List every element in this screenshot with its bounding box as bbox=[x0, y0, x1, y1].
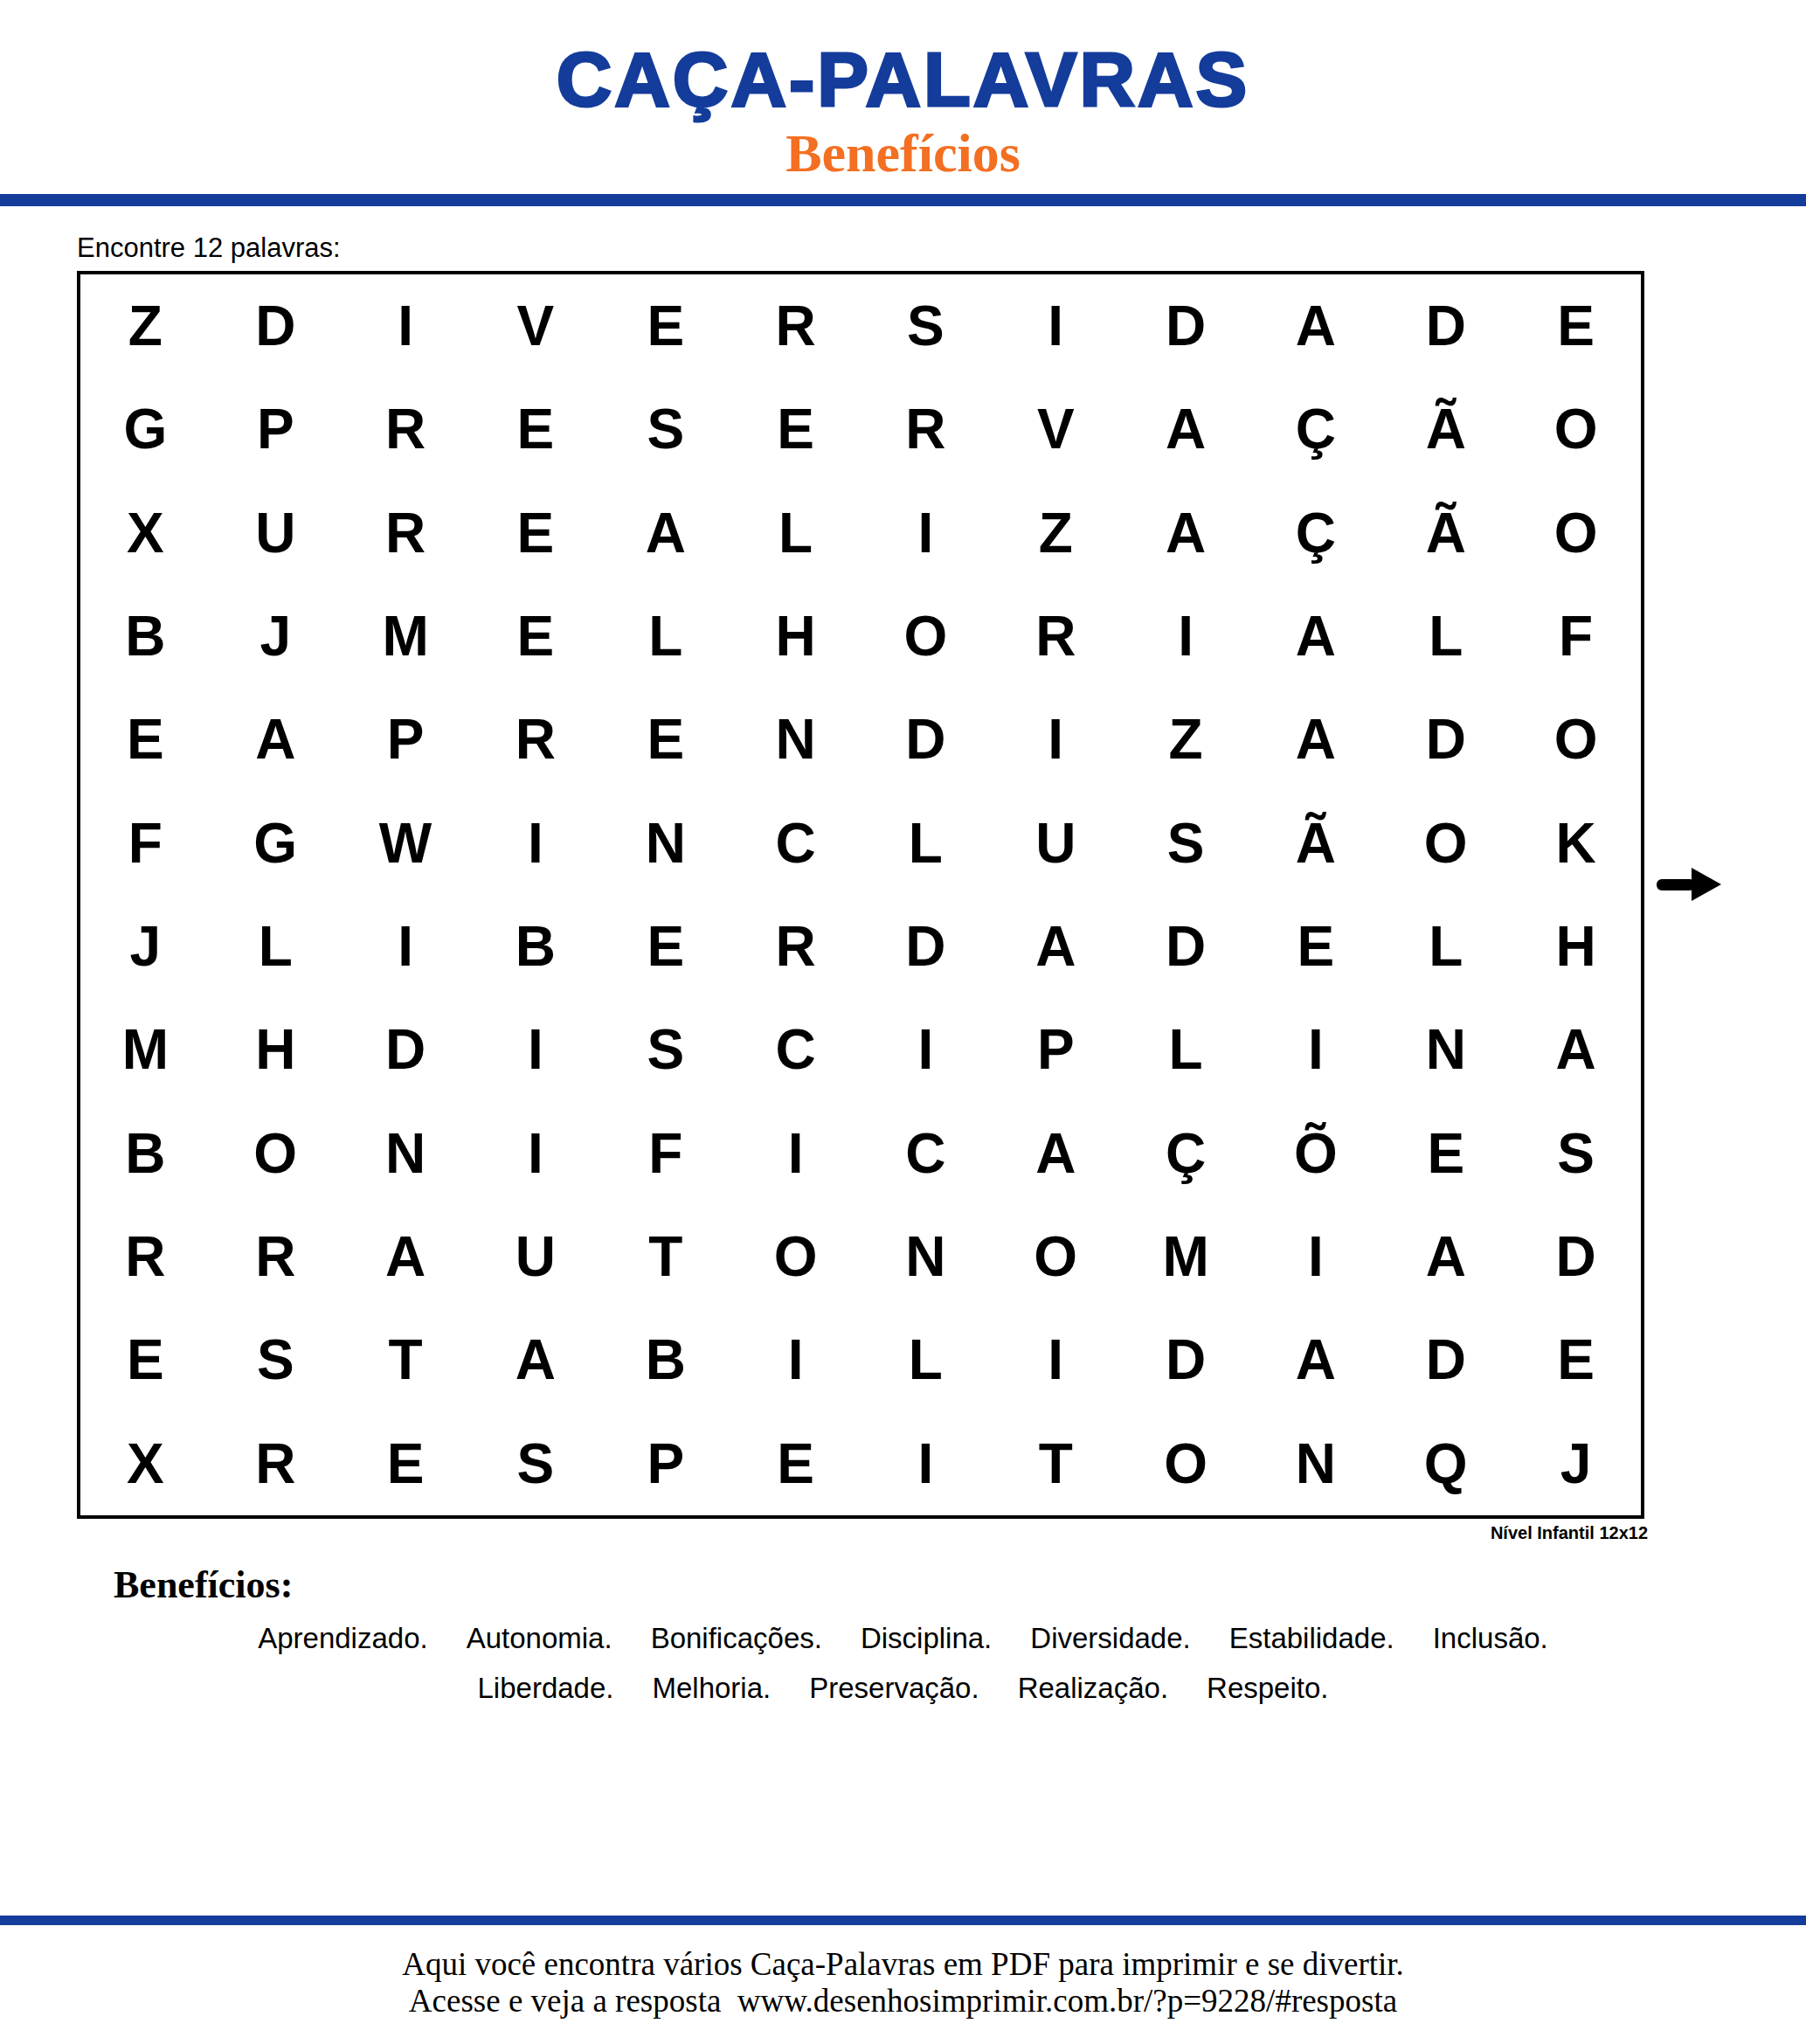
grid-cell-r8c5[interactable]: S bbox=[600, 998, 730, 1101]
grid-cell-r1c6[interactable]: R bbox=[730, 274, 861, 378]
grid-cell-r7c12[interactable]: H bbox=[1511, 895, 1641, 998]
grid-cell-r2c10[interactable]: Ç bbox=[1250, 378, 1380, 481]
grid-cell-r8c4[interactable]: I bbox=[470, 998, 600, 1101]
footer-text-2: Acesse e veja a resposta www.desenhosimp… bbox=[0, 1982, 1806, 2020]
grid-cell-r10c1[interactable]: R bbox=[80, 1205, 211, 1308]
grid-cell-r4c12[interactable]: F bbox=[1511, 585, 1641, 688]
grid-cell-r6c8[interactable]: U bbox=[991, 792, 1121, 895]
page-title: CAÇA-PALAVRAS bbox=[0, 35, 1806, 124]
grid-cell-r6c3[interactable]: W bbox=[341, 792, 471, 895]
grid-cell-r10c12[interactable]: D bbox=[1511, 1205, 1641, 1308]
footer-divider bbox=[0, 1916, 1806, 1925]
grid-cell-r5c9[interactable]: Z bbox=[1121, 688, 1251, 791]
grid-cell-r2c2[interactable]: P bbox=[211, 378, 341, 481]
word-list-item: Diversidade. bbox=[1030, 1622, 1190, 1655]
grid-cell-r1c11[interactable]: D bbox=[1380, 274, 1511, 378]
grid-cell-r7c10[interactable]: E bbox=[1250, 895, 1380, 998]
grid-cell-r11c8[interactable]: I bbox=[991, 1308, 1121, 1411]
grid-cell-r10c9[interactable]: M bbox=[1121, 1205, 1251, 1308]
word-list-item: Preservação. bbox=[809, 1672, 979, 1705]
grid-cell-r9c9[interactable]: Ç bbox=[1121, 1102, 1251, 1205]
grid-cell-r2c9[interactable]: A bbox=[1121, 378, 1251, 481]
grid-cell-r5c4[interactable]: R bbox=[470, 688, 600, 791]
grid-cell-r7c7[interactable]: D bbox=[861, 895, 991, 998]
grid-cell-r3c4[interactable]: E bbox=[470, 482, 600, 585]
grid-cell-r5c10[interactable]: A bbox=[1250, 688, 1380, 791]
grid-cell-r9c12[interactable]: S bbox=[1511, 1102, 1641, 1205]
grid-cell-r11c5[interactable]: B bbox=[600, 1308, 730, 1411]
grid-cell-r3c7[interactable]: I bbox=[861, 482, 991, 585]
grid-cell-r3c2[interactable]: U bbox=[211, 482, 341, 585]
grid-cell-r4c3[interactable]: M bbox=[341, 585, 471, 688]
grid-cell-r1c5[interactable]: E bbox=[600, 274, 730, 378]
grid-cell-r4c10[interactable]: A bbox=[1250, 585, 1380, 688]
grid-cell-r5c1[interactable]: E bbox=[80, 688, 211, 791]
grid-cell-r6c12[interactable]: K bbox=[1511, 792, 1641, 895]
grid-cell-r8c2[interactable]: H bbox=[211, 998, 341, 1101]
grid-cell-r11c2[interactable]: S bbox=[211, 1308, 341, 1411]
grid-cell-r3c8[interactable]: Z bbox=[991, 482, 1121, 585]
grid-cell-r2c4[interactable]: E bbox=[470, 378, 600, 481]
word-list-item: Bonificações. bbox=[651, 1622, 822, 1655]
grid-cell-r4c1[interactable]: B bbox=[80, 585, 211, 688]
grid-cell-r1c1[interactable]: Z bbox=[80, 274, 211, 378]
grid-cell-r3c6[interactable]: L bbox=[730, 482, 861, 585]
grid-cell-r7c11[interactable]: L bbox=[1380, 895, 1511, 998]
grid-cell-r1c7[interactable]: S bbox=[861, 274, 991, 378]
grid-cell-r1c8[interactable]: I bbox=[991, 274, 1121, 378]
word-list-item: Respeito. bbox=[1207, 1672, 1328, 1705]
word-list-item: Autonomia. bbox=[467, 1622, 612, 1655]
grid-cell-r4c9[interactable]: I bbox=[1121, 585, 1251, 688]
grid-cell-r4c2[interactable]: J bbox=[211, 585, 341, 688]
grid-cell-r11c3[interactable]: T bbox=[341, 1308, 471, 1411]
grid-cell-r8c6[interactable]: C bbox=[730, 998, 861, 1101]
grid-cell-r12c8[interactable]: T bbox=[991, 1412, 1121, 1515]
word-list-heading: Benefícios: bbox=[114, 1562, 293, 1607]
grid-cell-r1c4[interactable]: V bbox=[470, 274, 600, 378]
grid-cell-r4c11[interactable]: L bbox=[1380, 585, 1511, 688]
grid-cell-r3c12[interactable]: O bbox=[1511, 482, 1641, 585]
grid-cell-r10c10[interactable]: I bbox=[1250, 1205, 1380, 1308]
grid-cell-r4c6[interactable]: H bbox=[730, 585, 861, 688]
instruction-text: Encontre 12 palavras: bbox=[77, 232, 341, 264]
grid-cell-r12c3[interactable]: E bbox=[341, 1412, 471, 1515]
grid-cell-r3c11[interactable]: Ã bbox=[1380, 482, 1511, 585]
grid-cell-r7c5[interactable]: E bbox=[600, 895, 730, 998]
grid-cell-r6c9[interactable]: S bbox=[1121, 792, 1251, 895]
grid-cell-r9c7[interactable]: C bbox=[861, 1102, 991, 1205]
grid-cell-r12c12[interactable]: J bbox=[1511, 1412, 1641, 1515]
grid-cell-r5c5[interactable]: E bbox=[600, 688, 730, 791]
grid-cell-r12c4[interactable]: S bbox=[470, 1412, 600, 1515]
grid-cell-r3c10[interactable]: Ç bbox=[1250, 482, 1380, 585]
grid-cell-r9c2[interactable]: O bbox=[211, 1102, 341, 1205]
grid-cell-r6c4[interactable]: I bbox=[470, 792, 600, 895]
grid-cell-r7c4[interactable]: B bbox=[470, 895, 600, 998]
grid-cell-r9c5[interactable]: F bbox=[600, 1102, 730, 1205]
grid-cell-r6c2[interactable]: G bbox=[211, 792, 341, 895]
grid-cell-r7c2[interactable]: L bbox=[211, 895, 341, 998]
header-divider bbox=[0, 194, 1806, 206]
grid-cell-r3c5[interactable]: A bbox=[600, 482, 730, 585]
grid-cell-r4c7[interactable]: O bbox=[861, 585, 991, 688]
right-arrow-head bbox=[1692, 868, 1721, 901]
grid-cell-r2c1[interactable]: G bbox=[80, 378, 211, 481]
grid-cell-r1c2[interactable]: D bbox=[211, 274, 341, 378]
grid-cell-r5c11[interactable]: D bbox=[1380, 688, 1511, 791]
grid-cell-r5c3[interactable]: P bbox=[341, 688, 471, 791]
grid-cell-r8c8[interactable]: P bbox=[991, 998, 1121, 1101]
word-list-item: Melhoria. bbox=[652, 1672, 771, 1705]
grid-cell-r8c11[interactable]: N bbox=[1380, 998, 1511, 1101]
right-arrow-icon bbox=[1657, 868, 1721, 901]
word-list-line-1: Aprendizado.Autonomia.Bonificações.Disci… bbox=[0, 1622, 1806, 1655]
grid-cell-r8c1[interactable]: M bbox=[80, 998, 211, 1101]
page-subtitle: Benefícios bbox=[0, 122, 1806, 184]
grid-cell-r10c7[interactable]: N bbox=[861, 1205, 991, 1308]
grid-cell-r3c1[interactable]: X bbox=[80, 482, 211, 585]
footer-text-1: Aqui você encontra vários Caça-Palavras … bbox=[0, 1945, 1806, 1983]
word-grid[interactable]: ZDIVERSIDADEGPRESERVAÇÃOXUREALIZAÇÃOBJME… bbox=[77, 271, 1644, 1519]
grid-cell-r9c3[interactable]: N bbox=[341, 1102, 471, 1205]
grid-cell-r5c6[interactable]: N bbox=[730, 688, 861, 791]
grid-cell-r5c12[interactable]: O bbox=[1511, 688, 1641, 791]
grid-cell-r5c8[interactable]: I bbox=[991, 688, 1121, 791]
grid-cell-r12c2[interactable]: R bbox=[211, 1412, 341, 1515]
word-list-item: Inclusão. bbox=[1433, 1622, 1548, 1655]
grid-cell-r10c5[interactable]: T bbox=[600, 1205, 730, 1308]
word-list-item: Disciplina. bbox=[861, 1622, 992, 1655]
grid-cell-r2c6[interactable]: E bbox=[730, 378, 861, 481]
grid-cell-r2c7[interactable]: R bbox=[861, 378, 991, 481]
grid-cell-r6c1[interactable]: F bbox=[80, 792, 211, 895]
grid-cell-r10c3[interactable]: A bbox=[341, 1205, 471, 1308]
grid-cell-r11c4[interactable]: A bbox=[470, 1308, 600, 1411]
grid-cell-r6c7[interactable]: L bbox=[861, 792, 991, 895]
grid-cell-r10c4[interactable]: U bbox=[470, 1205, 600, 1308]
grid-cell-r9c8[interactable]: A bbox=[991, 1102, 1121, 1205]
grid-cell-r9c1[interactable]: B bbox=[80, 1102, 211, 1205]
right-arrow-shaft bbox=[1657, 879, 1695, 890]
word-list-item: Estabilidade. bbox=[1229, 1622, 1394, 1655]
grid-cell-r3c9[interactable]: A bbox=[1121, 482, 1251, 585]
grid-cell-r2c3[interactable]: R bbox=[341, 378, 471, 481]
grid-cell-r12c7[interactable]: I bbox=[861, 1412, 991, 1515]
grid-cell-r12c10[interactable]: N bbox=[1250, 1412, 1380, 1515]
level-label: Nível Infantil 12x12 bbox=[1491, 1523, 1648, 1543]
grid-cell-r1c3[interactable]: I bbox=[341, 274, 471, 378]
grid-cell-r7c8[interactable]: A bbox=[991, 895, 1121, 998]
grid-cell-r9c10[interactable]: Õ bbox=[1250, 1102, 1380, 1205]
grid-cell-r11c11[interactable]: D bbox=[1380, 1308, 1511, 1411]
grid-cell-r8c3[interactable]: D bbox=[341, 998, 471, 1101]
grid-cell-r6c6[interactable]: C bbox=[730, 792, 861, 895]
grid-cell-r7c6[interactable]: R bbox=[730, 895, 861, 998]
grid-cell-r11c7[interactable]: L bbox=[861, 1308, 991, 1411]
grid-cell-r11c1[interactable]: E bbox=[80, 1308, 211, 1411]
grid-cell-r12c5[interactable]: P bbox=[600, 1412, 730, 1515]
grid-cell-r10c8[interactable]: O bbox=[991, 1205, 1121, 1308]
grid-cell-r3c3[interactable]: R bbox=[341, 482, 471, 585]
grid-cell-r8c7[interactable]: I bbox=[861, 998, 991, 1101]
grid-cell-r7c1[interactable]: J bbox=[80, 895, 211, 998]
grid-cell-r5c2[interactable]: A bbox=[211, 688, 341, 791]
grid-cell-r9c6[interactable]: I bbox=[730, 1102, 861, 1205]
grid-cell-r12c11[interactable]: Q bbox=[1380, 1412, 1511, 1515]
grid-cell-r4c5[interactable]: L bbox=[600, 585, 730, 688]
grid-cell-r1c12[interactable]: E bbox=[1511, 274, 1641, 378]
grid-cell-r11c9[interactable]: D bbox=[1121, 1308, 1251, 1411]
grid-cell-r10c2[interactable]: R bbox=[211, 1205, 341, 1308]
grid-cell-r2c5[interactable]: S bbox=[600, 378, 730, 481]
grid-cell-r10c6[interactable]: O bbox=[730, 1205, 861, 1308]
grid-cell-r9c11[interactable]: E bbox=[1380, 1102, 1511, 1205]
grid-cell-r6c5[interactable]: N bbox=[600, 792, 730, 895]
grid-cell-r4c8[interactable]: R bbox=[991, 585, 1121, 688]
grid-cell-r4c4[interactable]: E bbox=[470, 585, 600, 688]
grid-cell-r8c12[interactable]: A bbox=[1511, 998, 1641, 1101]
word-list-item: Realização. bbox=[1018, 1672, 1168, 1705]
grid-cell-r11c10[interactable]: A bbox=[1250, 1308, 1380, 1411]
grid-cell-r6c11[interactable]: O bbox=[1380, 792, 1511, 895]
grid-cell-r11c6[interactable]: I bbox=[730, 1308, 861, 1411]
grid-cell-r2c8[interactable]: V bbox=[991, 378, 1121, 481]
grid-cell-r8c9[interactable]: L bbox=[1121, 998, 1251, 1101]
word-list-item: Aprendizado. bbox=[258, 1622, 427, 1655]
grid-cell-r10c11[interactable]: A bbox=[1380, 1205, 1511, 1308]
grid-cell-r2c12[interactable]: O bbox=[1511, 378, 1641, 481]
grid-cell-r11c12[interactable]: E bbox=[1511, 1308, 1641, 1411]
grid-cell-r5c7[interactable]: D bbox=[861, 688, 991, 791]
grid-cell-r8c10[interactable]: I bbox=[1250, 998, 1380, 1101]
grid-cell-r7c9[interactable]: D bbox=[1121, 895, 1251, 998]
grid-cell-r1c9[interactable]: D bbox=[1121, 274, 1251, 378]
grid-cell-r1c10[interactable]: A bbox=[1250, 274, 1380, 378]
grid-cell-r9c4[interactable]: I bbox=[470, 1102, 600, 1205]
grid-cell-r6c10[interactable]: Ã bbox=[1250, 792, 1380, 895]
word-list-line-2: Liberdade.Melhoria.Preservação.Realizaçã… bbox=[0, 1672, 1806, 1705]
grid-cell-r12c9[interactable]: O bbox=[1121, 1412, 1251, 1515]
word-list-item: Liberdade. bbox=[478, 1672, 614, 1705]
grid-cell-r12c1[interactable]: X bbox=[80, 1412, 211, 1515]
grid-cell-r7c3[interactable]: I bbox=[341, 895, 471, 998]
grid-cell-r2c11[interactable]: Ã bbox=[1380, 378, 1511, 481]
puzzle-page: CAÇA-PALAVRAS Benefícios Encontre 12 pal… bbox=[0, 0, 1806, 2044]
grid-cell-r12c6[interactable]: E bbox=[730, 1412, 861, 1515]
